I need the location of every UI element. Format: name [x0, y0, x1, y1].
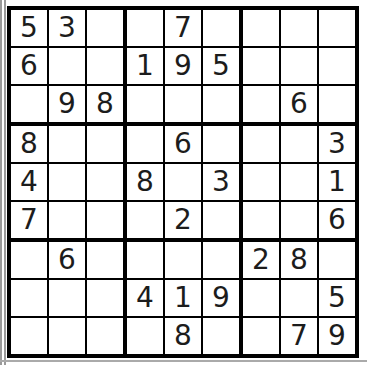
- sudoku-cell-r6c9[interactable]: 6: [319, 202, 355, 238]
- sudoku-box-5: 6832: [127, 126, 239, 238]
- sudoku-cell-r2c6[interactable]: 5: [203, 48, 239, 84]
- sudoku-cell-r7c3[interactable]: [87, 242, 123, 278]
- sudoku-cell-r1c1[interactable]: 5: [11, 10, 47, 46]
- sudoku-cell-r4c2[interactable]: [49, 126, 85, 162]
- sudoku-cell-r7c4[interactable]: [127, 242, 163, 278]
- sudoku-cell-r6c3[interactable]: [87, 202, 123, 238]
- sudoku-cell-r5c4[interactable]: 8: [127, 164, 163, 200]
- sudoku-cell-r8c3[interactable]: [87, 280, 123, 316]
- sudoku-box-8: 4198: [127, 242, 239, 354]
- sudoku-cell-r2c1[interactable]: 6: [11, 48, 47, 84]
- sudoku-cell-r2c2[interactable]: [49, 48, 85, 84]
- sudoku-cell-r5c6[interactable]: 3: [203, 164, 239, 200]
- sudoku-cell-r5c5[interactable]: [165, 164, 201, 200]
- sudoku-cell-r3c5[interactable]: [165, 86, 201, 122]
- sudoku-box-9: 28579: [243, 242, 355, 354]
- sudoku-cell-r6c7[interactable]: [243, 202, 279, 238]
- sudoku-cell-r8c8[interactable]: [281, 280, 317, 316]
- sudoku-cell-r4c8[interactable]: [281, 126, 317, 162]
- sudoku-cell-r2c8[interactable]: [281, 48, 317, 84]
- sudoku-cell-r8c1[interactable]: [11, 280, 47, 316]
- sudoku-cell-r7c9[interactable]: [319, 242, 355, 278]
- sudoku-cell-r4c7[interactable]: [243, 126, 279, 162]
- sudoku-cell-r8c4[interactable]: 4: [127, 280, 163, 316]
- sudoku-box-2: 7195: [127, 10, 239, 122]
- sudoku-cell-r3c2[interactable]: 9: [49, 86, 85, 122]
- sudoku-cell-r7c8[interactable]: 8: [281, 242, 317, 278]
- sudoku-cell-r9c6[interactable]: [203, 318, 239, 354]
- sudoku-cell-r6c6[interactable]: [203, 202, 239, 238]
- sudoku-cell-r1c5[interactable]: 7: [165, 10, 201, 46]
- sudoku-cell-r5c8[interactable]: [281, 164, 317, 200]
- sudoku-cell-r5c3[interactable]: [87, 164, 123, 200]
- sudoku-cell-r2c7[interactable]: [243, 48, 279, 84]
- sudoku-cell-r7c1[interactable]: [11, 242, 47, 278]
- sudoku-board: 536987195684768323166419828579: [7, 6, 359, 358]
- sudoku-cell-r9c8[interactable]: 7: [281, 318, 317, 354]
- window-bottom-edge-line: [0, 360, 367, 362]
- sudoku-cell-r1c4[interactable]: [127, 10, 163, 46]
- sudoku-cell-r4c5[interactable]: 6: [165, 126, 201, 162]
- window-edge-line-outer: [0, 0, 2, 365]
- sudoku-cell-r3c8[interactable]: 6: [281, 86, 317, 122]
- sudoku-cell-r3c7[interactable]: [243, 86, 279, 122]
- sudoku-cell-r1c9[interactable]: [319, 10, 355, 46]
- sudoku-cell-r9c9[interactable]: 9: [319, 318, 355, 354]
- sudoku-cell-r7c2[interactable]: 6: [49, 242, 85, 278]
- sudoku-cell-r9c5[interactable]: 8: [165, 318, 201, 354]
- sudoku-cell-r3c4[interactable]: [127, 86, 163, 122]
- sudoku-cell-r9c2[interactable]: [49, 318, 85, 354]
- sudoku-cell-r9c3[interactable]: [87, 318, 123, 354]
- sudoku-cell-r2c5[interactable]: 9: [165, 48, 201, 84]
- sudoku-cell-r4c1[interactable]: 8: [11, 126, 47, 162]
- sudoku-cell-r6c8[interactable]: [281, 202, 317, 238]
- sudoku-cell-r1c8[interactable]: [281, 10, 317, 46]
- sudoku-cell-r2c3[interactable]: [87, 48, 123, 84]
- sudoku-cell-r4c3[interactable]: [87, 126, 123, 162]
- sudoku-box-7: 6: [11, 242, 123, 354]
- sudoku-cell-r9c7[interactable]: [243, 318, 279, 354]
- sudoku-cell-r4c9[interactable]: 3: [319, 126, 355, 162]
- sudoku-cell-r5c7[interactable]: [243, 164, 279, 200]
- sudoku-box-1: 53698: [11, 10, 123, 122]
- sudoku-cell-r5c1[interactable]: 4: [11, 164, 47, 200]
- sudoku-cell-r6c5[interactable]: 2: [165, 202, 201, 238]
- sudoku-cell-r2c4[interactable]: 1: [127, 48, 163, 84]
- sudoku-cell-r1c6[interactable]: [203, 10, 239, 46]
- sudoku-cell-r6c2[interactable]: [49, 202, 85, 238]
- sudoku-cell-r3c1[interactable]: [11, 86, 47, 122]
- window-edge-line-inner: [4, 0, 6, 365]
- sudoku-cell-r7c5[interactable]: [165, 242, 201, 278]
- sudoku-cell-r4c6[interactable]: [203, 126, 239, 162]
- sudoku-cell-r8c6[interactable]: 9: [203, 280, 239, 316]
- sudoku-cell-r3c6[interactable]: [203, 86, 239, 122]
- sudoku-cell-r3c3[interactable]: 8: [87, 86, 123, 122]
- sudoku-cell-r1c2[interactable]: 3: [49, 10, 85, 46]
- sudoku-cell-r5c2[interactable]: [49, 164, 85, 200]
- sudoku-cell-r5c9[interactable]: 1: [319, 164, 355, 200]
- sudoku-cell-r7c7[interactable]: 2: [243, 242, 279, 278]
- sudoku-cell-r9c1[interactable]: [11, 318, 47, 354]
- sudoku-cell-r6c1[interactable]: 7: [11, 202, 47, 238]
- sudoku-cell-r8c5[interactable]: 1: [165, 280, 201, 316]
- sudoku-box-6: 316: [243, 126, 355, 238]
- sudoku-cell-r8c9[interactable]: 5: [319, 280, 355, 316]
- sudoku-box-4: 847: [11, 126, 123, 238]
- sudoku-cell-r1c7[interactable]: [243, 10, 279, 46]
- sudoku-cell-r9c4[interactable]: [127, 318, 163, 354]
- sudoku-cell-r8c7[interactable]: [243, 280, 279, 316]
- sudoku-cell-r7c6[interactable]: [203, 242, 239, 278]
- sudoku-cell-r6c4[interactable]: [127, 202, 163, 238]
- sudoku-cell-r1c3[interactable]: [87, 10, 123, 46]
- sudoku-cell-r8c2[interactable]: [49, 280, 85, 316]
- sudoku-cell-r2c9[interactable]: [319, 48, 355, 84]
- sudoku-box-3: 6: [243, 10, 355, 122]
- sudoku-cell-r3c9[interactable]: [319, 86, 355, 122]
- sudoku-cell-r4c4[interactable]: [127, 126, 163, 162]
